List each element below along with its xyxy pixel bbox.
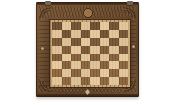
board-square [62, 22, 72, 30]
board-square [90, 22, 100, 30]
board-square [90, 54, 100, 62]
board-square [90, 77, 100, 85]
board-square [71, 61, 81, 69]
board-square [109, 30, 119, 38]
board-square [52, 38, 62, 46]
board-square [119, 77, 129, 85]
board-square [62, 69, 72, 77]
board-square [119, 54, 129, 62]
board-square [90, 61, 100, 69]
board-square [71, 30, 81, 38]
board-square [109, 22, 119, 30]
board-square [100, 30, 110, 38]
hinge-icon [45, 1, 51, 5]
board-square [81, 30, 91, 38]
board-square [71, 54, 81, 62]
board-square [81, 22, 91, 30]
board-square [119, 61, 129, 69]
board-square [71, 69, 81, 77]
board-square [81, 38, 91, 46]
board-square [100, 38, 110, 46]
board-square [109, 77, 119, 85]
board-square [109, 61, 119, 69]
board-square [100, 69, 110, 77]
board-square [62, 30, 72, 38]
board-square [52, 69, 62, 77]
board-square [109, 46, 119, 54]
top-medallion-icon [83, 8, 93, 18]
carved-border-left [39, 18, 50, 86]
board-square [119, 69, 129, 77]
board-square [62, 61, 72, 69]
board-square [81, 54, 91, 62]
board-square [90, 69, 100, 77]
board-square [52, 61, 62, 69]
board-square [109, 38, 119, 46]
board-square [90, 38, 100, 46]
board-square [52, 46, 62, 54]
board-square [81, 46, 91, 54]
board-square [119, 46, 129, 54]
board-square [71, 38, 81, 46]
side-pin-icon [41, 47, 44, 50]
board-square [100, 61, 110, 69]
board-square [100, 22, 110, 30]
board-square [100, 54, 110, 62]
board-square [90, 46, 100, 54]
board-square [81, 69, 91, 77]
board-square [62, 54, 72, 62]
board-square [100, 46, 110, 54]
board-square [52, 30, 62, 38]
board-square [71, 22, 81, 30]
chessboard-product-photo [0, 0, 175, 105]
board-square [109, 69, 119, 77]
board-square [81, 61, 91, 69]
board-square [52, 77, 62, 85]
board-square [52, 54, 62, 62]
board-square [100, 77, 110, 85]
hinge-icon [127, 1, 133, 5]
board-square [119, 30, 129, 38]
board-square [119, 22, 129, 30]
board-square [52, 22, 62, 30]
side-pin-icon [132, 45, 135, 48]
board-square [109, 54, 119, 62]
carved-chess-board [36, 2, 139, 97]
board-square [71, 77, 81, 85]
board-square [90, 30, 100, 38]
board-square [71, 46, 81, 54]
board-square [119, 38, 129, 46]
board-square [62, 46, 72, 54]
board-square [62, 38, 72, 46]
board-square [81, 77, 91, 85]
board-square [62, 77, 72, 85]
beaded-inner-trim [50, 20, 130, 87]
board-grid [52, 22, 128, 85]
